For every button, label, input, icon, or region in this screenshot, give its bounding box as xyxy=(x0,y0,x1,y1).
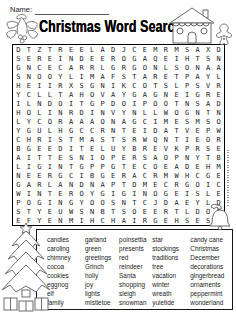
grid-cell[interactable]: T xyxy=(45,153,56,162)
grid-cell[interactable]: T xyxy=(119,126,130,135)
grid-cell[interactable]: Y xyxy=(13,126,24,135)
grid-cell[interactable]: E xyxy=(161,72,172,81)
grid-cell[interactable]: I xyxy=(76,171,87,180)
grid-cell[interactable]: S xyxy=(97,135,108,144)
grid-cell[interactable]: S xyxy=(140,153,151,162)
grid-cell[interactable]: O xyxy=(97,117,108,126)
grid-cell[interactable]: T xyxy=(24,207,35,216)
grid-cell[interactable]: T xyxy=(119,162,130,171)
grid-cell[interactable]: G xyxy=(182,108,193,117)
grid-cell[interactable]: N xyxy=(24,72,35,81)
grid-cell[interactable]: I xyxy=(66,99,77,108)
grid-cell[interactable]: I xyxy=(182,90,193,99)
grid-cell[interactable]: C xyxy=(34,63,45,72)
grid-cell[interactable]: E xyxy=(45,54,56,63)
grid-cell[interactable]: E xyxy=(192,126,203,135)
grid-cell[interactable]: Q xyxy=(150,135,161,144)
grid-cell[interactable]: T xyxy=(45,189,56,198)
grid-cell[interactable]: G xyxy=(150,90,161,99)
grid-cell[interactable]: E xyxy=(55,189,66,198)
grid-cell[interactable]: N xyxy=(182,153,193,162)
grid-cell[interactable]: I xyxy=(45,198,56,207)
grid-cell[interactable]: E xyxy=(97,54,108,63)
grid-cell[interactable]: S xyxy=(182,216,193,225)
grid-cell[interactable]: A xyxy=(203,99,214,108)
grid-cell[interactable]: I xyxy=(182,135,193,144)
grid-cell[interactable]: T xyxy=(34,153,45,162)
grid-cell[interactable]: R xyxy=(55,45,66,54)
grid-cell[interactable]: P xyxy=(182,144,193,153)
grid-cell[interactable]: S xyxy=(192,189,203,198)
grid-cell[interactable]: S xyxy=(76,207,87,216)
grid-cell[interactable]: T xyxy=(45,45,56,54)
word-list-item[interactable]: decorations xyxy=(190,262,232,271)
grid-cell[interactable]: R xyxy=(34,135,45,144)
grid-cell[interactable]: D xyxy=(161,198,172,207)
grid-cell[interactable]: U xyxy=(34,126,45,135)
grid-cell[interactable]: A xyxy=(97,180,108,189)
grid-cell[interactable]: D xyxy=(129,180,140,189)
grid-cell[interactable]: I xyxy=(108,81,119,90)
grid-cell[interactable]: C xyxy=(87,126,98,135)
grid-cell[interactable]: A xyxy=(192,45,203,54)
grid-cell[interactable]: V xyxy=(203,81,214,90)
grid-cell[interactable]: V xyxy=(97,90,108,99)
grid-cell[interactable]: T xyxy=(150,81,161,90)
word-list-item[interactable]: star xyxy=(152,235,190,244)
grid-cell[interactable]: N xyxy=(55,162,66,171)
grid-cell[interactable]: L xyxy=(45,90,56,99)
grid-cell[interactable]: R xyxy=(76,63,87,72)
grid-cell[interactable]: I xyxy=(45,162,56,171)
grid-cell[interactable]: G xyxy=(108,162,119,171)
grid-cell[interactable]: E xyxy=(34,171,45,180)
grid-cell[interactable]: N xyxy=(55,108,66,117)
grid-cell[interactable]: I xyxy=(150,117,161,126)
grid-cell[interactable]: E xyxy=(108,171,119,180)
grid-cell[interactable]: B xyxy=(13,144,24,153)
grid-cell[interactable]: T xyxy=(171,126,182,135)
grid-cell[interactable]: W xyxy=(66,207,77,216)
grid-cell[interactable]: T xyxy=(171,135,182,144)
grid-cell[interactable]: O xyxy=(171,108,182,117)
grid-cell[interactable]: V xyxy=(108,108,119,117)
grid-cell[interactable]: S xyxy=(203,144,214,153)
grid-cell[interactable]: H xyxy=(13,81,24,90)
grid-cell[interactable]: E xyxy=(192,135,203,144)
grid-cell[interactable]: O xyxy=(192,180,203,189)
grid-cell[interactable]: O xyxy=(97,153,108,162)
grid-cell[interactable]: E xyxy=(161,162,172,171)
word-list-item[interactable]: stockings xyxy=(152,244,190,253)
grid-cell[interactable]: L xyxy=(34,108,45,117)
grid-cell[interactable]: U xyxy=(55,207,66,216)
grid-cell[interactable]: H xyxy=(13,108,24,117)
word-list-item[interactable]: ornaments xyxy=(190,280,232,289)
grid-cell[interactable]: S xyxy=(203,117,214,126)
grid-cell[interactable]: T xyxy=(55,90,66,99)
grid-cell[interactable]: G xyxy=(129,117,140,126)
grid-cell[interactable]: Y xyxy=(24,117,35,126)
grid-cell[interactable]: D xyxy=(76,54,87,63)
grid-cell[interactable]: I xyxy=(66,144,77,153)
grid-cell[interactable]: A xyxy=(150,153,161,162)
grid-cell[interactable]: G xyxy=(119,189,130,198)
word-list-item[interactable]: traditions xyxy=(152,253,190,262)
word-list-item[interactable]: green xyxy=(85,244,119,253)
grid-cell[interactable]: I xyxy=(140,126,151,135)
grid-cell[interactable]: T xyxy=(66,162,77,171)
grid-cell[interactable]: O xyxy=(203,135,214,144)
grid-cell[interactable]: I xyxy=(24,153,35,162)
grid-cell[interactable]: E xyxy=(192,162,203,171)
grid-cell[interactable]: S xyxy=(192,81,203,90)
grid-cell[interactable]: A xyxy=(213,63,224,72)
grid-cell[interactable]: E xyxy=(150,144,161,153)
grid-cell[interactable]: S xyxy=(203,54,214,63)
grid-cell[interactable]: R xyxy=(119,63,130,72)
grid-cell[interactable]: R xyxy=(119,171,130,180)
grid-cell[interactable]: A xyxy=(66,63,77,72)
word-list-item[interactable]: poinsettia xyxy=(119,235,152,244)
grid-cell[interactable]: G xyxy=(129,54,140,63)
grid-cell[interactable]: O xyxy=(24,198,35,207)
grid-cell[interactable]: O xyxy=(76,189,87,198)
grid-cell[interactable]: L xyxy=(213,72,224,81)
grid-cell[interactable]: R xyxy=(203,90,214,99)
grid-cell[interactable]: E xyxy=(213,90,224,99)
grid-cell[interactable]: I xyxy=(13,99,24,108)
grid-cell[interactable]: B xyxy=(213,153,224,162)
grid-cell[interactable]: R xyxy=(34,54,45,63)
grid-cell[interactable]: E xyxy=(213,171,224,180)
word-list-item[interactable]: wonderland xyxy=(190,298,232,307)
word-list-item[interactable]: snowman xyxy=(119,298,152,307)
grid-cell[interactable]: L xyxy=(97,144,108,153)
grid-cell[interactable]: R xyxy=(161,45,172,54)
grid-cell[interactable]: T xyxy=(203,108,214,117)
grid-cell[interactable]: O xyxy=(140,81,151,90)
grid-cell[interactable]: G xyxy=(97,189,108,198)
grid-cell[interactable]: P xyxy=(182,72,193,81)
grid-cell[interactable]: W xyxy=(13,189,24,198)
grid-cell[interactable]: Y xyxy=(119,144,130,153)
grid-cell[interactable]: R xyxy=(140,216,151,225)
grid-cell[interactable]: I xyxy=(129,216,140,225)
grid-cell[interactable]: D xyxy=(108,45,119,54)
grid-cell[interactable]: E xyxy=(129,162,140,171)
grid-cell[interactable]: A xyxy=(55,180,66,189)
word-list-item[interactable]: garland xyxy=(85,235,119,244)
grid-cell[interactable]: L xyxy=(34,90,45,99)
grid-cell[interactable]: G xyxy=(66,126,77,135)
grid-cell[interactable]: I xyxy=(76,216,87,225)
grid-cell[interactable]: E xyxy=(24,54,35,63)
grid-cell[interactable]: G xyxy=(24,126,35,135)
grid-cell[interactable]: D xyxy=(213,99,224,108)
grid-cell[interactable]: C xyxy=(13,135,24,144)
grid-cell[interactable]: S xyxy=(161,81,172,90)
grid-cell[interactable]: O xyxy=(161,153,172,162)
grid-cell[interactable]: O xyxy=(129,207,140,216)
word-list-item[interactable]: yuletide xyxy=(152,298,190,307)
grid-cell[interactable]: A xyxy=(97,45,108,54)
grid-cell[interactable]: I xyxy=(45,81,56,90)
grid-cell[interactable]: G xyxy=(87,81,98,90)
grid-cell[interactable]: H xyxy=(171,216,182,225)
grid-cell[interactable]: H xyxy=(55,126,66,135)
grid-cell[interactable]: N xyxy=(55,216,66,225)
grid-cell[interactable]: R xyxy=(140,144,151,153)
grid-cell[interactable]: E xyxy=(24,171,35,180)
grid-cell[interactable]: I xyxy=(171,54,182,63)
grid-cell[interactable]: S xyxy=(119,135,130,144)
grid-cell[interactable]: H xyxy=(182,171,193,180)
grid-cell[interactable]: L xyxy=(171,81,182,90)
grid-cell[interactable]: M xyxy=(150,45,161,54)
grid-cell[interactable]: Y xyxy=(55,72,66,81)
grid-cell[interactable]: M xyxy=(66,216,77,225)
grid-cell[interactable]: E xyxy=(76,45,87,54)
grid-cell[interactable]: A xyxy=(203,63,214,72)
grid-cell[interactable]: C xyxy=(140,117,151,126)
grid-cell[interactable]: A xyxy=(97,72,108,81)
grid-cell[interactable]: C xyxy=(140,171,151,180)
grid-cell[interactable]: P xyxy=(108,153,119,162)
grid-cell[interactable]: A xyxy=(13,153,24,162)
grid-cell[interactable]: C xyxy=(192,171,203,180)
grid-cell[interactable]: N xyxy=(66,54,77,63)
grid-cell[interactable]: Y xyxy=(119,108,130,117)
grid-cell[interactable]: M xyxy=(213,162,224,171)
grid-cell[interactable]: W xyxy=(213,126,224,135)
grid-cell[interactable]: Y xyxy=(119,90,130,99)
grid-cell[interactable]: N xyxy=(182,99,193,108)
grid-cell[interactable]: G xyxy=(55,171,66,180)
grid-cell[interactable]: P xyxy=(97,99,108,108)
word-list-item[interactable]: Grinch xyxy=(85,262,119,271)
grid-cell[interactable]: R xyxy=(150,171,161,180)
grid-cell[interactable]: A xyxy=(119,117,130,126)
grid-cell[interactable]: N xyxy=(108,117,119,126)
grid-cell[interactable]: L xyxy=(203,189,214,198)
grid-cell[interactable]: R xyxy=(213,135,224,144)
grid-cell[interactable]: N xyxy=(97,108,108,117)
grid-cell[interactable]: O xyxy=(150,162,161,171)
grid-cell[interactable]: D xyxy=(182,162,193,171)
grid-cell[interactable]: I xyxy=(34,81,45,90)
grid-cell[interactable]: I xyxy=(129,189,140,198)
grid-cell[interactable]: I xyxy=(87,108,98,117)
grid-cell[interactable]: I xyxy=(108,189,119,198)
grid-cell[interactable]: R xyxy=(213,81,224,90)
grid-cell[interactable]: A xyxy=(140,72,151,81)
grid-cell[interactable]: T xyxy=(108,135,119,144)
grid-cell[interactable]: N xyxy=(192,63,203,72)
grid-cell[interactable]: E xyxy=(45,207,56,216)
grid-cell[interactable]: G xyxy=(13,63,24,72)
grid-cell[interactable]: R xyxy=(55,81,66,90)
grid-cell[interactable]: N xyxy=(161,135,172,144)
grid-cell[interactable]: F xyxy=(108,72,119,81)
grid-cell[interactable]: N xyxy=(213,54,224,63)
grid-cell[interactable]: H xyxy=(182,54,193,63)
grid-cell[interactable]: O xyxy=(119,99,130,108)
grid-cell[interactable]: A xyxy=(171,198,182,207)
grid-cell[interactable]: D xyxy=(108,99,119,108)
grid-cell[interactable]: P xyxy=(97,162,108,171)
grid-cell[interactable]: D xyxy=(192,207,203,216)
grid-cell[interactable]: N xyxy=(87,207,98,216)
grid-cell[interactable]: A xyxy=(24,180,35,189)
grid-cell[interactable]: H xyxy=(76,90,87,99)
grid-cell[interactable]: A xyxy=(161,126,172,135)
grid-cell[interactable]: S xyxy=(108,198,119,207)
word-list-item[interactable]: lights xyxy=(85,289,119,298)
grid-cell[interactable]: C xyxy=(24,90,35,99)
grid-cell[interactable]: Y xyxy=(192,198,203,207)
grid-cell[interactable]: B xyxy=(87,171,98,180)
grid-cell[interactable]: N xyxy=(108,126,119,135)
grid-cell[interactable]: I xyxy=(76,72,87,81)
grid-cell[interactable]: P xyxy=(171,153,182,162)
grid-cell[interactable]: B xyxy=(97,207,108,216)
grid-cell[interactable]: M xyxy=(192,117,203,126)
grid-cell[interactable]: E xyxy=(66,45,77,54)
grid-cell[interactable]: T xyxy=(108,207,119,216)
word-list-item[interactable]: holly xyxy=(85,271,119,280)
grid-cell[interactable]: C xyxy=(129,81,140,90)
word-list-item[interactable]: joy xyxy=(85,280,119,289)
grid-cell[interactable]: T xyxy=(129,198,140,207)
grid-cell[interactable]: I xyxy=(24,162,35,171)
grid-cell[interactable]: J xyxy=(119,45,130,54)
grid-cell[interactable]: G xyxy=(129,63,140,72)
grid-cell[interactable]: A xyxy=(108,90,119,99)
grid-cell[interactable]: O xyxy=(45,117,56,126)
grid-cell[interactable]: T xyxy=(66,135,77,144)
grid-cell[interactable]: E xyxy=(171,189,182,198)
grid-cell[interactable]: L xyxy=(140,108,151,117)
grid-cell[interactable]: S xyxy=(76,81,87,90)
grid-cell[interactable]: D xyxy=(76,180,87,189)
grid-cell[interactable]: M xyxy=(140,180,151,189)
grid-cell[interactable]: N xyxy=(97,81,108,90)
grid-cell[interactable]: A xyxy=(87,117,98,126)
grid-cell[interactable]: D xyxy=(45,99,56,108)
word-list-item[interactable]: Christmas xyxy=(190,244,232,253)
word-list-item[interactable]: tree xyxy=(152,262,190,271)
grid-cell[interactable]: A xyxy=(140,90,151,99)
grid-cell[interactable]: E xyxy=(192,216,203,225)
grid-cell[interactable]: N xyxy=(76,153,87,162)
grid-cell[interactable]: G xyxy=(87,99,98,108)
grid-cell[interactable]: G xyxy=(76,162,87,171)
grid-cell[interactable]: R xyxy=(55,117,66,126)
grid-cell[interactable]: K xyxy=(119,81,130,90)
word-list-item[interactable]: wreath xyxy=(152,289,190,298)
grid-cell[interactable]: P xyxy=(87,162,98,171)
word-list-item[interactable]: mistletoe xyxy=(85,298,119,307)
grid-cell[interactable]: A xyxy=(87,135,98,144)
grid-cell[interactable]: O xyxy=(97,198,108,207)
grid-cell[interactable]: D xyxy=(55,144,66,153)
grid-cell[interactable]: E xyxy=(171,117,182,126)
grid-cell[interactable]: E xyxy=(45,144,56,153)
grid-cell[interactable]: G xyxy=(66,198,77,207)
grid-cell[interactable]: I xyxy=(87,153,98,162)
word-list-item[interactable]: greetings xyxy=(85,253,119,262)
grid-cell[interactable]: E xyxy=(24,81,35,90)
grid-cell[interactable]: C xyxy=(140,198,151,207)
grid-cell[interactable]: W xyxy=(171,171,182,180)
grid-cell[interactable]: Y xyxy=(13,90,24,99)
grid-cell[interactable]: S xyxy=(171,63,182,72)
grid-cell[interactable]: R xyxy=(97,126,108,135)
grid-cell[interactable]: Q xyxy=(150,54,161,63)
grid-cell[interactable]: Y xyxy=(203,72,214,81)
grid-cell[interactable]: L xyxy=(13,162,24,171)
word-list-item[interactable]: winter xyxy=(152,280,190,289)
grid-cell[interactable]: L xyxy=(66,72,77,81)
grid-cell[interactable]: T xyxy=(129,72,140,81)
grid-cell[interactable]: S xyxy=(119,207,130,216)
grid-cell[interactable]: T xyxy=(171,99,182,108)
grid-cell[interactable]: G xyxy=(97,171,108,180)
grid-cell[interactable]: H xyxy=(87,216,98,225)
grid-cell[interactable]: R xyxy=(129,135,140,144)
grid-cell[interactable]: T xyxy=(192,54,203,63)
grid-cell[interactable]: R xyxy=(171,180,182,189)
grid-cell[interactable]: S xyxy=(13,207,24,216)
grid-cell[interactable]: Y xyxy=(192,153,203,162)
grid-cell[interactable]: C xyxy=(213,180,224,189)
grid-cell[interactable]: L xyxy=(87,45,98,54)
grid-cell[interactable]: E xyxy=(182,198,193,207)
grid-cell[interactable]: N xyxy=(129,108,140,117)
word-list-item[interactable]: vacation xyxy=(152,271,190,280)
grid-cell[interactable]: E xyxy=(150,207,161,216)
grid-cell[interactable]: S xyxy=(192,99,203,108)
grid-cell[interactable]: C xyxy=(129,45,140,54)
grid-cell[interactable]: E xyxy=(140,45,151,54)
grid-cell[interactable]: E xyxy=(87,54,98,63)
grid-cell[interactable]: N xyxy=(87,180,98,189)
grid-cell[interactable]: G xyxy=(161,189,172,198)
grid-cell[interactable]: R xyxy=(34,180,45,189)
grid-cell[interactable]: E xyxy=(34,144,45,153)
grid-cell[interactable]: O xyxy=(150,99,161,108)
grid-cell[interactable]: E xyxy=(55,153,66,162)
grid-cell[interactable]: I xyxy=(24,189,35,198)
word-list-item[interactable]: Santa xyxy=(119,271,152,280)
grid-cell[interactable]: N xyxy=(13,171,24,180)
grid-cell[interactable]: O xyxy=(87,90,98,99)
grid-cell[interactable]: A xyxy=(140,54,151,63)
grid-cell[interactable]: N xyxy=(119,198,130,207)
grid-cell[interactable]: P xyxy=(140,99,151,108)
grid-cell[interactable]: S xyxy=(182,117,193,126)
grid-cell[interactable]: R xyxy=(192,144,203,153)
grid-cell[interactable]: H xyxy=(108,216,119,225)
grid-cell[interactable]: A xyxy=(76,117,87,126)
letter-grid[interactable]: DTZTREELADJCEMRMSAXDSEREINDEEROGAQEIHTSN… xyxy=(12,44,225,226)
grid-cell[interactable]: D xyxy=(150,126,161,135)
grid-cell[interactable]: O xyxy=(45,72,56,81)
grid-cell[interactable]: O xyxy=(34,72,45,81)
grid-cell[interactable]: G xyxy=(182,180,193,189)
word-list-item[interactable]: reindeer xyxy=(119,262,152,271)
